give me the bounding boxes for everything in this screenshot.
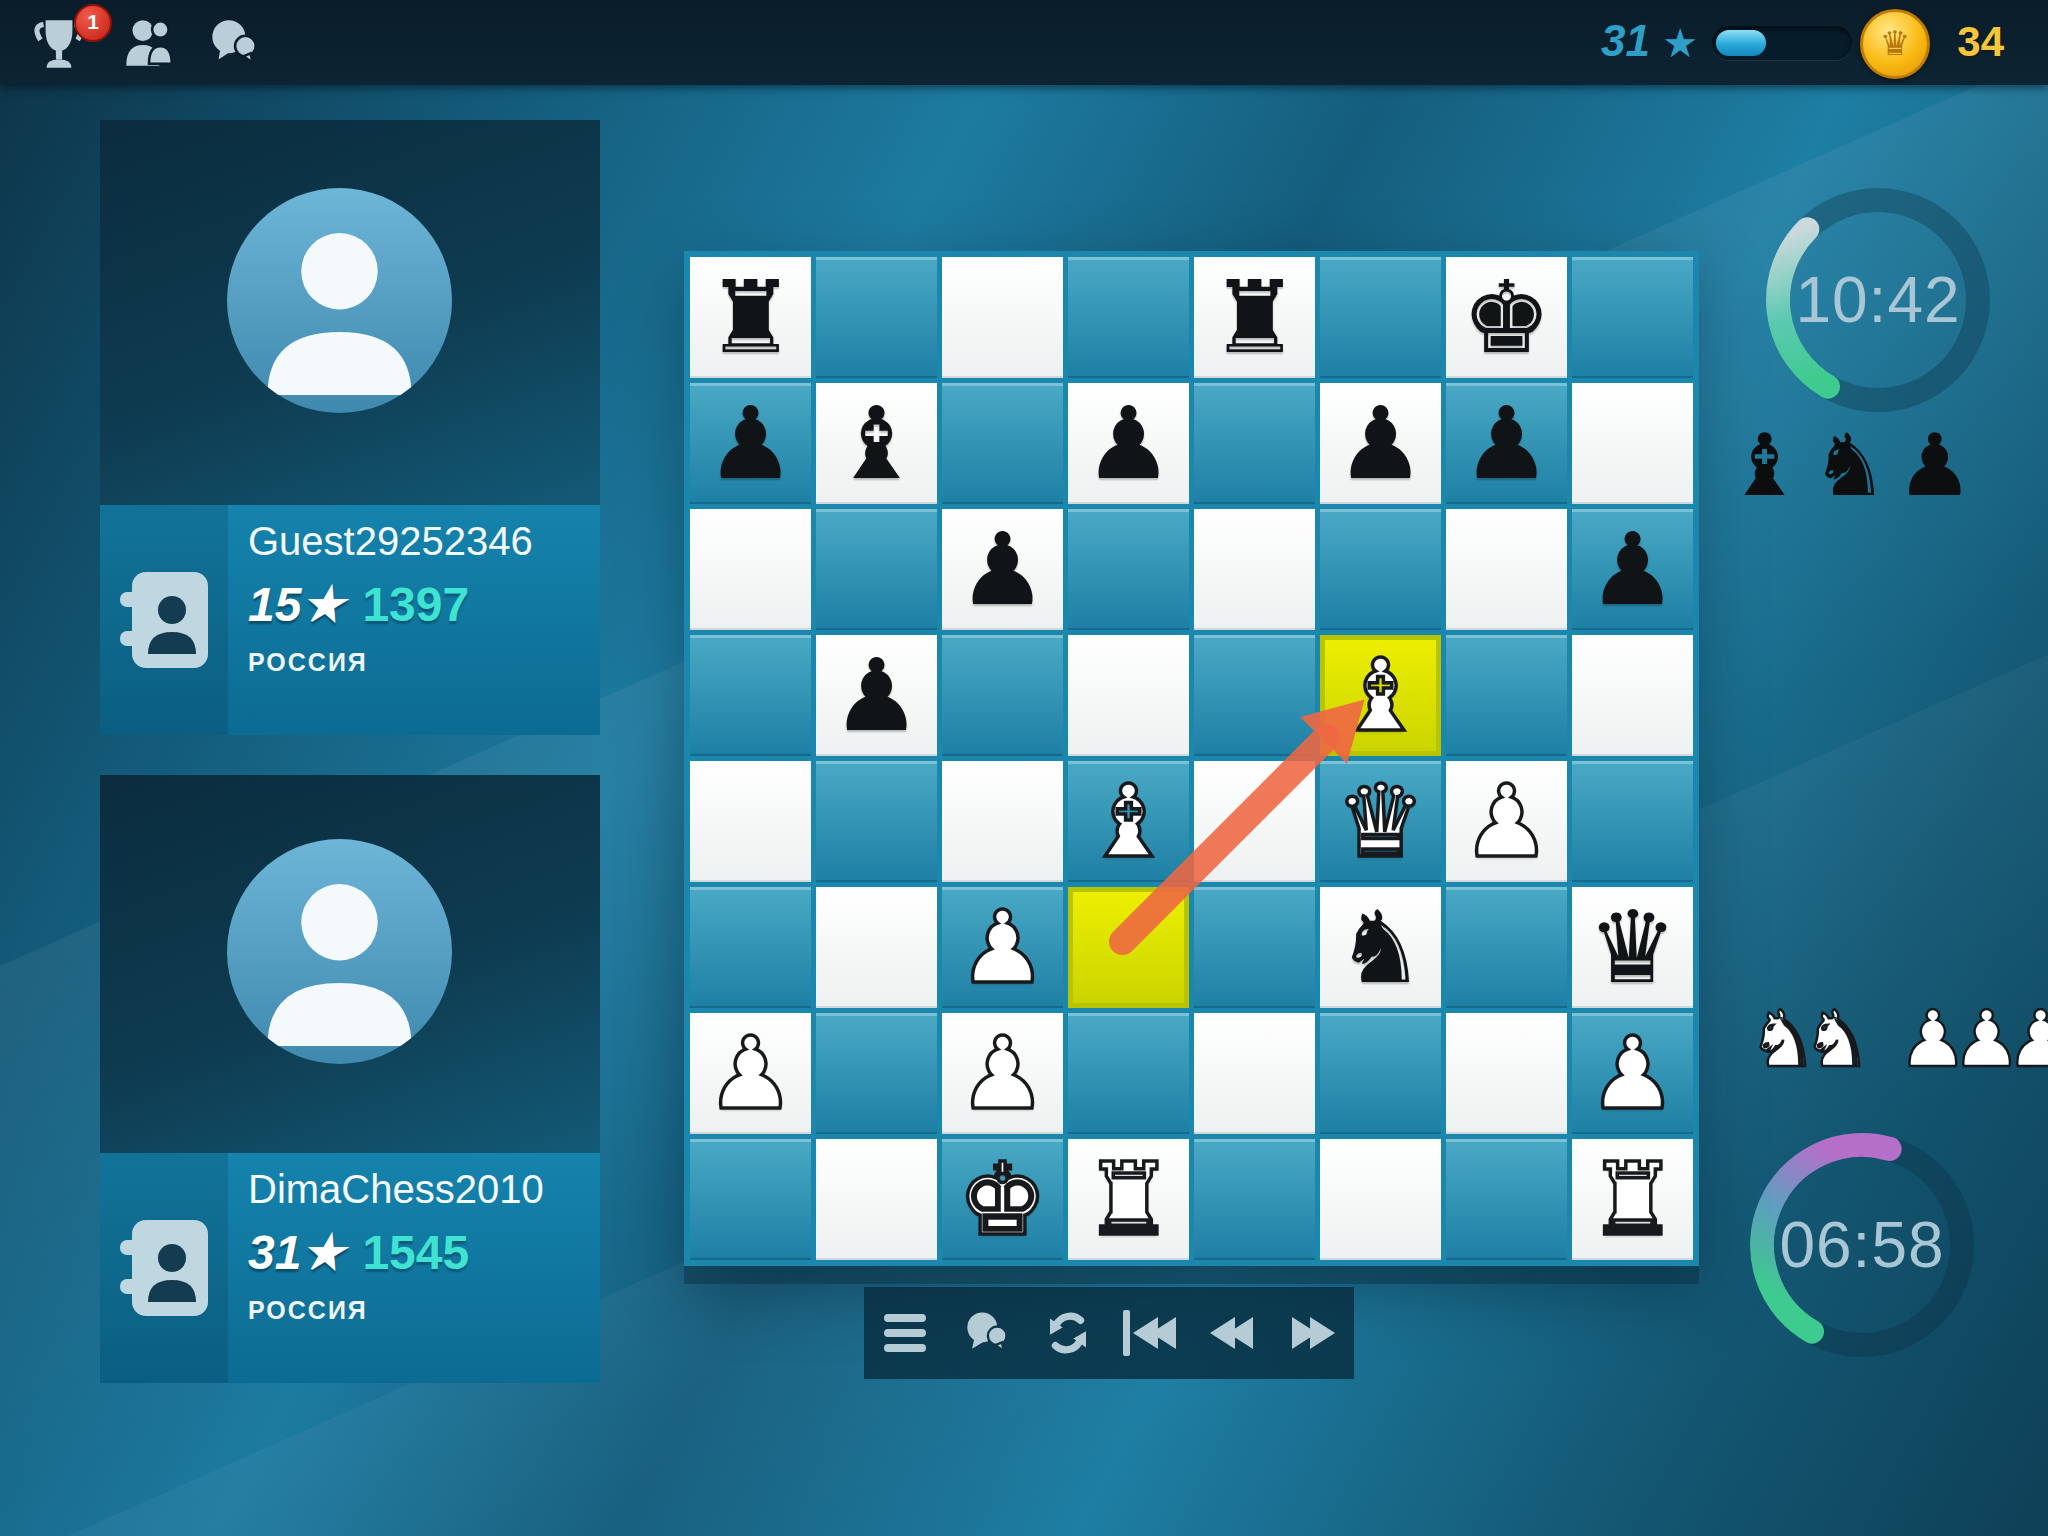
white-queen-f4: ♛	[1320, 761, 1441, 882]
board-grid: ♜♜♚♟♝♟♟♟♟♟♟♝♝♛♟♟♞♛♟♟♟♚♜♜	[690, 257, 1693, 1260]
square-g4[interactable]: ♟	[1446, 761, 1567, 882]
opponent-level: 15★	[248, 576, 344, 632]
square-e5[interactable]	[1194, 635, 1315, 756]
captured-knight: ♞	[1802, 998, 1872, 1080]
square-h3[interactable]: ♛	[1572, 887, 1693, 1008]
opponent-clock: 10:42	[1758, 180, 1998, 420]
player-card[interactable]: DimaChess2010 31★ 1545 РОССИЯ	[100, 775, 600, 1383]
square-h7[interactable]	[1572, 383, 1693, 504]
black-pawn-f7: ♟	[1320, 383, 1441, 504]
opponent-avatar[interactable]	[227, 188, 452, 413]
menu-icon	[884, 1314, 926, 1352]
chess-app: 1	[0, 0, 2048, 1536]
square-e3[interactable]	[1194, 887, 1315, 1008]
square-a6[interactable]	[690, 509, 811, 630]
square-a5[interactable]	[690, 635, 811, 756]
chess-board: ♜♜♚♟♝♟♟♟♟♟♟♝♝♛♟♟♞♛♟♟♟♚♜♜	[684, 251, 1699, 1266]
square-c8[interactable]	[942, 257, 1063, 378]
square-f5[interactable]: ♝	[1320, 635, 1441, 756]
contact-book-icon	[116, 1215, 216, 1321]
opponent-profile-cell[interactable]	[100, 505, 228, 735]
opponent-country: РОССИЯ	[248, 648, 590, 677]
square-h8[interactable]	[1572, 257, 1693, 378]
contact-book-icon	[116, 567, 216, 673]
square-b5[interactable]: ♟	[816, 635, 937, 756]
coin-icon[interactable]: ♛	[1860, 9, 1930, 79]
trophy-icon	[28, 60, 90, 77]
square-g2[interactable]	[1446, 1013, 1567, 1134]
square-g1[interactable]	[1446, 1139, 1567, 1260]
square-b3[interactable]	[816, 887, 937, 1008]
square-c1[interactable]: ♚	[942, 1139, 1063, 1260]
player-profile-cell[interactable]	[100, 1153, 228, 1383]
square-g8[interactable]: ♚	[1446, 257, 1567, 378]
black-pawn-d7: ♟	[1068, 383, 1189, 504]
square-e7[interactable]	[1194, 383, 1315, 504]
square-c7[interactable]	[942, 383, 1063, 504]
player-rating: 1545	[362, 1225, 469, 1280]
black-rook-e8: ♜	[1194, 257, 1315, 378]
player-time: 06:58	[1742, 1125, 1982, 1365]
black-pawn-h6: ♟	[1572, 509, 1693, 630]
square-h1[interactable]: ♜	[1572, 1139, 1693, 1260]
chat-button[interactable]	[202, 12, 264, 74]
square-f1[interactable]	[1320, 1139, 1441, 1260]
captured-black-pieces: ♝♞♟	[1726, 420, 1973, 510]
step-back-button[interactable]	[1201, 1305, 1261, 1361]
level-number: 31	[1601, 16, 1650, 66]
opponent-card[interactable]: Guest29252346 15★ 1397 РОССИЯ	[100, 120, 600, 735]
fast-forward-icon	[1292, 1317, 1335, 1349]
square-e6[interactable]	[1194, 509, 1315, 630]
top-bar: 1	[0, 0, 2048, 85]
square-d1[interactable]: ♜	[1068, 1139, 1189, 1260]
black-king-g8: ♚	[1446, 257, 1567, 378]
square-d6[interactable]	[1068, 509, 1189, 630]
black-pawn-b5: ♟	[816, 635, 937, 756]
opponent-time: 10:42	[1758, 180, 1998, 420]
square-b7[interactable]: ♝	[816, 383, 937, 504]
square-g5[interactable]	[1446, 635, 1567, 756]
level-star-icon: ★	[1662, 20, 1698, 66]
notification-badge: 1	[74, 4, 112, 42]
chat-bubbles-icon	[958, 1305, 1014, 1361]
person-silhouette-icon	[227, 839, 452, 1064]
square-c4[interactable]	[942, 761, 1063, 882]
square-c5[interactable]	[942, 635, 1063, 756]
player-clock: 06:58	[1742, 1125, 1982, 1365]
square-d4[interactable]: ♝	[1068, 761, 1189, 882]
captured-knight: ♞	[1811, 420, 1888, 510]
square-d5[interactable]	[1068, 635, 1189, 756]
coin-count: 34	[1957, 18, 2004, 66]
square-b8[interactable]	[816, 257, 937, 378]
game-toolbar	[864, 1287, 1354, 1379]
white-pawn-c3: ♟	[942, 887, 1063, 1008]
square-g7[interactable]: ♟	[1446, 383, 1567, 504]
square-h6[interactable]: ♟	[1572, 509, 1693, 630]
square-a3[interactable]	[690, 887, 811, 1008]
square-f8[interactable]	[1320, 257, 1441, 378]
skip-to-start-button[interactable]	[1120, 1305, 1180, 1361]
captured-bishop: ♝	[1726, 420, 1803, 510]
square-f3[interactable]: ♞	[1320, 887, 1441, 1008]
player-name: DimaChess2010	[248, 1167, 590, 1212]
white-bishop-d4: ♝	[1068, 761, 1189, 882]
square-c6[interactable]: ♟	[942, 509, 1063, 630]
square-h5[interactable]	[1572, 635, 1693, 756]
player-avatar-panel	[100, 775, 600, 1153]
square-b1[interactable]	[816, 1139, 937, 1260]
square-c3[interactable]: ♟	[942, 887, 1063, 1008]
player-country: РОССИЯ	[248, 1296, 590, 1325]
square-d3[interactable]	[1068, 887, 1189, 1008]
white-bishop-f5: ♝	[1320, 635, 1441, 756]
square-e2[interactable]	[1194, 1013, 1315, 1134]
black-rook-a8: ♜	[690, 257, 811, 378]
black-queen-h3: ♛	[1572, 887, 1693, 1008]
square-f7[interactable]: ♟	[1320, 383, 1441, 504]
opponent-avatar-panel	[100, 120, 600, 505]
opponent-rating: 1397	[362, 577, 469, 632]
square-a4[interactable]	[690, 761, 811, 882]
player-level: 31★	[248, 1224, 344, 1280]
black-pawn-c6: ♟	[942, 509, 1063, 630]
square-a1[interactable]	[690, 1139, 811, 1260]
square-d8[interactable]	[1068, 257, 1189, 378]
level-progress-fill	[1716, 30, 1766, 56]
chat-game-button[interactable]	[956, 1305, 1016, 1361]
square-e4[interactable]	[1194, 761, 1315, 882]
black-knight-f3: ♞	[1320, 887, 1441, 1008]
level-progress-bar	[1712, 26, 1852, 60]
captured-pawn: ♟	[1896, 420, 1973, 510]
captured-white-pieces: ♞♞♟♟♟	[1748, 998, 2048, 1080]
rewind-icon	[1210, 1317, 1253, 1349]
chat-icon	[202, 60, 264, 77]
square-e1[interactable]	[1194, 1139, 1315, 1260]
flip-board-button[interactable]	[1038, 1305, 1098, 1361]
flip-icon	[1041, 1306, 1095, 1360]
square-a2[interactable]: ♟	[690, 1013, 811, 1134]
square-d2[interactable]	[1068, 1013, 1189, 1134]
captured-pawn: ♟	[2006, 998, 2048, 1080]
white-pawn-a2: ♟	[690, 1013, 811, 1134]
square-f2[interactable]	[1320, 1013, 1441, 1134]
square-h2[interactable]: ♟	[1572, 1013, 1693, 1134]
step-forward-button[interactable]	[1283, 1305, 1343, 1361]
square-e8[interactable]: ♜	[1194, 257, 1315, 378]
menu-button[interactable]	[875, 1305, 935, 1361]
black-pawn-g7: ♟	[1446, 383, 1567, 504]
square-b2[interactable]	[816, 1013, 937, 1134]
white-rook-d1: ♜	[1068, 1139, 1189, 1260]
player-info: DimaChess2010 31★ 1545 РОССИЯ	[100, 1153, 600, 1383]
friends-icon	[118, 60, 180, 77]
square-g6[interactable]	[1446, 509, 1567, 630]
person-silhouette-icon	[227, 188, 452, 413]
white-pawn-g4: ♟	[1446, 761, 1567, 882]
opponent-info: Guest29252346 15★ 1397 РОССИЯ	[100, 505, 600, 735]
square-b6[interactable]	[816, 509, 937, 630]
skip-to-start-icon	[1123, 1310, 1176, 1356]
square-a8[interactable]: ♜	[690, 257, 811, 378]
square-h4[interactable]	[1572, 761, 1693, 882]
player-avatar[interactable]	[227, 839, 452, 1064]
square-d7[interactable]: ♟	[1068, 383, 1189, 504]
square-g3[interactable]	[1446, 887, 1567, 1008]
white-king-c1: ♚	[942, 1139, 1063, 1260]
friends-button[interactable]	[118, 12, 180, 74]
square-a7[interactable]: ♟	[690, 383, 811, 504]
opponent-name: Guest29252346	[248, 519, 590, 564]
white-pawn-h2: ♟	[1572, 1013, 1693, 1134]
square-c2[interactable]: ♟	[942, 1013, 1063, 1134]
square-b4[interactable]	[816, 761, 937, 882]
square-f6[interactable]	[1320, 509, 1441, 630]
square-f4[interactable]: ♛	[1320, 761, 1441, 882]
white-pawn-c2: ♟	[942, 1013, 1063, 1134]
white-rook-h1: ♜	[1572, 1139, 1693, 1260]
black-bishop-b7: ♝	[816, 383, 937, 504]
black-pawn-a7: ♟	[690, 383, 811, 504]
